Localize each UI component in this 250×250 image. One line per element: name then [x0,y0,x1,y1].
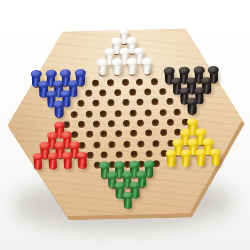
hole[interactable] [100,131,107,138]
photo-background [0,0,250,250]
peg-cap [126,37,137,45]
hole[interactable] [130,151,137,158]
hole[interactable] [137,120,144,127]
board-tilt-wrapper [0,0,250,250]
hole[interactable] [108,120,115,127]
peg-cap [47,152,58,160]
peg-yellow[interactable] [165,150,176,167]
hole[interactable] [121,79,128,86]
hole[interactable] [85,90,92,97]
hole[interactable] [92,79,99,86]
peg-cap [68,80,79,88]
hole[interactable] [115,130,122,137]
hole[interactable] [78,121,85,128]
hole[interactable] [101,151,108,158]
peg-cap [53,101,64,109]
hole[interactable] [151,78,158,85]
hole[interactable] [152,140,159,147]
hole[interactable] [144,109,151,116]
peg-cap [164,67,175,75]
hole[interactable] [85,110,92,117]
hole[interactable] [159,88,166,95]
peg-cap [30,70,41,78]
peg-cap [47,132,58,140]
peg-yellow[interactable] [210,149,221,166]
peg-black[interactable] [186,98,197,115]
hole[interactable] [78,100,85,107]
hole[interactable] [122,120,129,127]
hole[interactable] [136,78,143,85]
hole[interactable] [92,100,99,107]
hole[interactable] [107,100,114,107]
hole[interactable] [86,131,93,138]
peg-cap [141,57,152,65]
holes-and-pegs-layer [0,0,250,250]
hole[interactable] [115,110,122,117]
hole[interactable] [99,90,106,97]
hole[interactable] [144,88,151,95]
hole[interactable] [123,140,130,147]
peg-cap [69,141,80,149]
peg-red[interactable] [62,152,73,169]
peg-cap [193,66,204,74]
peg-white[interactable] [141,57,152,74]
hole[interactable] [152,119,159,126]
peg-green[interactable] [122,192,133,209]
hole[interactable] [108,141,115,148]
hole[interactable] [145,130,152,137]
peg-white[interactable] [126,58,137,75]
peg-cap [202,138,213,146]
peg-cap [118,27,129,35]
peg-red[interactable] [32,153,43,170]
peg-red[interactable] [77,152,88,169]
peg-cap [186,98,197,106]
peg-yellow[interactable] [180,149,191,166]
peg-white[interactable] [112,58,123,75]
peg-cap [61,131,72,139]
peg-cap [97,58,108,66]
peg-cap [195,128,206,136]
hole[interactable] [93,141,100,148]
hole[interactable] [70,111,77,118]
hole[interactable] [160,129,167,136]
hole[interactable] [166,98,173,105]
hole[interactable] [107,79,114,86]
peg-cap [54,142,65,150]
hole[interactable] [138,140,145,147]
peg-cap [99,161,110,169]
peg-yellow[interactable] [195,149,206,166]
hole[interactable] [137,99,144,106]
hole[interactable] [116,151,123,158]
peg-cap [180,129,191,137]
hole[interactable] [114,89,121,96]
peg-cap [178,67,189,75]
peg-cap [114,161,125,169]
hole[interactable] [167,119,174,126]
hole[interactable] [145,150,152,157]
peg-cap [195,149,206,157]
hole[interactable] [130,130,137,137]
hole[interactable] [100,110,107,117]
hole[interactable] [93,121,100,128]
hole[interactable] [152,99,159,106]
hole[interactable] [130,109,137,116]
peg-cap [45,70,56,78]
peg-cap [119,48,130,56]
peg-red[interactable] [47,152,58,169]
peg-cap [129,161,140,169]
hole[interactable] [129,89,136,96]
peg-cap [126,58,137,66]
hole[interactable] [159,109,166,116]
hole[interactable] [122,99,129,106]
hole[interactable] [174,108,181,115]
peg-cap [112,58,123,66]
peg-white[interactable] [97,58,108,75]
peg-cap [107,171,118,179]
peg-cap [143,160,154,168]
peg-cap [122,171,133,179]
peg-blue[interactable] [53,101,64,118]
